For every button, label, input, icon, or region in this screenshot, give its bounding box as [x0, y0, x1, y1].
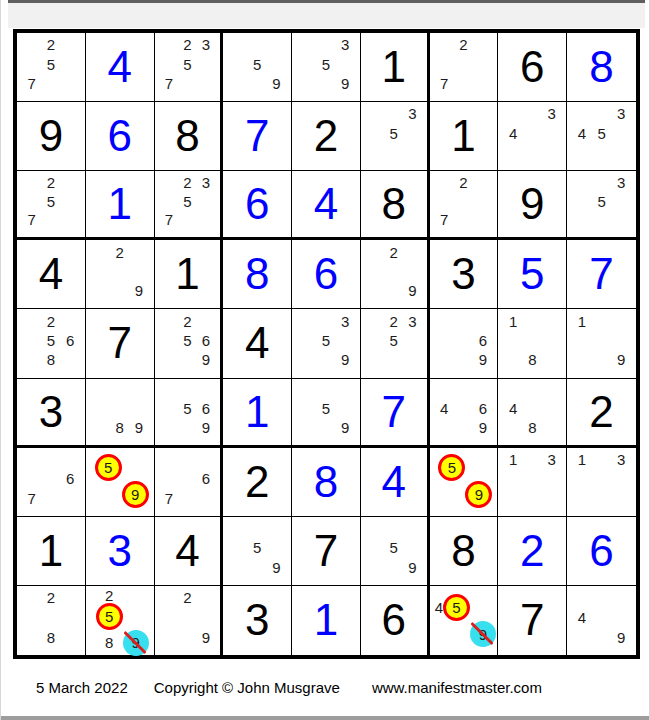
candidate-6: 6: [197, 399, 216, 418]
highlighted-candidate-9: 9: [122, 481, 149, 508]
candidate-grid: 35: [572, 173, 631, 229]
candidate-5: 5: [316, 54, 335, 73]
cell-r7c9[interactable]: 13: [567, 448, 636, 517]
candidate-9: 9: [336, 350, 355, 369]
candidate-1: 1: [503, 450, 522, 469]
given-digit: 7: [520, 598, 544, 642]
cell-r4c9[interactable]: 7: [567, 240, 636, 309]
candidate-grid: 67: [22, 450, 80, 508]
candidate-9: 9: [403, 558, 422, 577]
candidate-9: 9: [473, 350, 492, 369]
candidate-9: 9: [267, 558, 286, 577]
candidate-3: 3: [611, 173, 631, 192]
candidate-3: 3: [197, 35, 216, 54]
cell-r7c6[interactable]: 4: [361, 448, 430, 517]
cell-r9c4[interactable]: 3: [223, 586, 292, 655]
cell-r8c4[interactable]: 59: [223, 517, 292, 586]
solved-digit: 1: [107, 182, 131, 226]
candidate-3: 3: [197, 173, 216, 192]
candidate-2: 2: [384, 242, 403, 261]
cell-r4c2[interactable]: 29: [86, 240, 155, 309]
cell-r3c8[interactable]: 9: [498, 171, 567, 240]
candidate-grid: 18: [503, 311, 561, 369]
candidate-grid: 59: [366, 519, 422, 577]
eliminated-candidate-9: 9: [470, 621, 496, 647]
solved-digit: 3: [107, 529, 131, 573]
candidate-grid: 49: [572, 588, 631, 647]
cell-r1c9[interactable]: 8: [567, 33, 636, 102]
candidate-5: 5: [178, 54, 197, 73]
cell-r8c1[interactable]: 1: [17, 517, 86, 586]
candidate-grid: 69: [435, 311, 493, 369]
candidate-4: 4: [435, 594, 443, 621]
cell-r7c8[interactable]: 13: [498, 448, 567, 517]
candidate-grid: 2568: [22, 311, 80, 369]
candidate-1: 1: [503, 311, 522, 330]
cell-r3c3[interactable]: 2357: [155, 171, 224, 240]
footer-url: www.manifestmaster.com: [372, 679, 542, 696]
given-digit: 2: [245, 460, 269, 504]
cell-r4c1[interactable]: 4: [17, 240, 86, 309]
cell-r2c4[interactable]: 7: [223, 102, 292, 171]
candidate-2: 2: [178, 35, 197, 54]
candidate-9: 9: [336, 418, 355, 437]
candidate-5: 5: [41, 331, 60, 350]
candidate-grid: 235: [366, 311, 422, 369]
candidate-6: 6: [61, 331, 80, 350]
given-digit: 8: [382, 182, 406, 226]
cell-r8c6[interactable]: 59: [361, 517, 430, 586]
candidate-grid: 59: [228, 519, 286, 577]
cell-r9c7[interactable]: 459: [430, 586, 499, 655]
candidate-6: 6: [61, 469, 80, 488]
solved-digit: 4: [107, 45, 131, 89]
candidate-grid: 469: [435, 381, 493, 437]
candidate-grid: 359: [297, 35, 355, 93]
cell-r1c3[interactable]: 2357: [155, 33, 224, 102]
cell-r5c9[interactable]: 19: [567, 309, 636, 378]
candidate-5: 5: [178, 192, 197, 211]
cell-r1c7[interactable]: 27: [430, 33, 499, 102]
candidate-grid: 59: [228, 35, 286, 93]
candidate-3: 3: [336, 35, 355, 54]
candidate-7: 7: [160, 211, 179, 230]
candidate-grid: 459: [435, 588, 493, 647]
cell-r2c6[interactable]: 35: [361, 102, 430, 171]
footer: 5 March 2022 Copyright © John Musgrave w…: [36, 679, 542, 696]
solved-digit: 2: [520, 529, 544, 573]
candidate-8: 8: [96, 630, 123, 656]
window-top-bar: [8, 0, 645, 28]
solved-digit: 7: [382, 390, 406, 434]
given-digit: 9: [520, 182, 544, 226]
solved-digit: 5: [520, 252, 544, 296]
solved-digit: 8: [245, 252, 269, 296]
given-digit: 1: [382, 45, 406, 89]
candidate-8: 8: [41, 350, 60, 369]
candidate-grid: 67: [160, 450, 216, 508]
candidate-2: 2: [178, 311, 197, 330]
given-digit: 3: [245, 598, 269, 642]
candidate-9: 9: [611, 350, 631, 369]
cell-r4c5[interactable]: 6: [292, 240, 361, 309]
solved-digit: 4: [382, 460, 406, 504]
candidate-grid: 59: [91, 450, 149, 508]
given-digit: 1: [451, 114, 475, 158]
given-digit: 8: [451, 529, 475, 573]
candidate-grid: 27: [435, 173, 493, 229]
cell-r5c6[interactable]: 235: [361, 309, 430, 378]
candidate-grid: 29: [366, 242, 422, 300]
cell-r2c3[interactable]: 8: [155, 102, 224, 171]
candidate-2: 2: [41, 35, 60, 54]
candidate-5: 5: [316, 331, 335, 350]
candidate-2: 2: [41, 588, 60, 608]
given-digit: 3: [39, 390, 63, 434]
candidate-4: 4: [503, 399, 522, 418]
cell-r9c2[interactable]: 2589: [86, 586, 155, 655]
cell-r2c1[interactable]: 9: [17, 102, 86, 171]
cell-r4c4[interactable]: 8: [223, 240, 292, 309]
candidate-5: 5: [592, 192, 612, 211]
candidate-3: 3: [542, 450, 561, 469]
candidate-9: 9: [611, 627, 631, 647]
candidate-7: 7: [435, 211, 454, 230]
cell-r7c7[interactable]: 59: [430, 448, 499, 517]
candidate-grid: 13: [503, 450, 561, 508]
cell-r4c6[interactable]: 29: [361, 240, 430, 309]
cell-r4c7[interactable]: 3: [430, 240, 499, 309]
cell-r1c8[interactable]: 6: [498, 33, 567, 102]
given-digit: 1: [175, 252, 199, 296]
cell-r8c2[interactable]: 3: [86, 517, 155, 586]
candidate-grid: 19: [572, 311, 631, 369]
candidate-5: 5: [384, 331, 403, 350]
candidate-3: 3: [611, 104, 631, 123]
sudoku-board: 2574235759359127689687235134345257123576…: [13, 29, 640, 659]
given-digit: 7: [107, 321, 131, 365]
solved-digit: 1: [314, 598, 338, 642]
candidate-9: 9: [129, 281, 148, 300]
given-digit: 4: [39, 252, 63, 296]
candidate-3: 3: [542, 104, 561, 123]
given-digit: 2: [589, 390, 613, 434]
candidate-grid: 27: [435, 35, 493, 93]
cell-r9c3[interactable]: 29: [155, 586, 224, 655]
given-digit: 6: [520, 45, 544, 89]
candidate-grid: 2589: [91, 588, 149, 647]
candidate-5: 5: [384, 123, 403, 142]
solved-digit: 6: [314, 252, 338, 296]
candidate-grid: 35: [366, 104, 422, 162]
cell-r3c6[interactable]: 8: [361, 171, 430, 240]
candidate-grid: 569: [160, 381, 216, 437]
cell-r9c8[interactable]: 7: [498, 586, 567, 655]
candidate-2: 2: [384, 311, 403, 330]
candidate-1: 1: [572, 311, 592, 330]
given-digit: 4: [175, 529, 199, 573]
cell-r2c8[interactable]: 34: [498, 102, 567, 171]
candidate-2: 2: [110, 242, 129, 261]
cell-r3c9[interactable]: 35: [567, 171, 636, 240]
cell-r8c8[interactable]: 2: [498, 517, 567, 586]
given-digit: 3: [451, 252, 475, 296]
candidate-9: 9: [197, 627, 216, 647]
cell-r1c6[interactable]: 1: [361, 33, 430, 102]
candidate-8: 8: [523, 418, 542, 437]
cell-r3c5[interactable]: 4: [292, 171, 361, 240]
candidate-grid: 28: [22, 588, 80, 647]
cell-r5c3[interactable]: 2569: [155, 309, 224, 378]
candidate-2: 2: [454, 35, 473, 54]
cell-r3c4[interactable]: 6: [223, 171, 292, 240]
candidate-7: 7: [160, 488, 179, 507]
cell-r9c6[interactable]: 6: [361, 586, 430, 655]
cell-r3c1[interactable]: 257: [17, 171, 86, 240]
candidate-2: 2: [178, 588, 197, 608]
candidate-9: 9: [473, 418, 492, 437]
candidate-2: 2: [454, 173, 473, 192]
candidate-grid: 29: [91, 242, 149, 300]
candidate-grid: 29: [160, 588, 216, 647]
candidate-6: 6: [473, 331, 492, 350]
footer-date: 5 March 2022: [36, 679, 128, 696]
cell-r7c4[interactable]: 2: [223, 448, 292, 517]
candidate-8: 8: [41, 627, 60, 647]
cell-r9c9[interactable]: 49: [567, 586, 636, 655]
candidate-5: 5: [316, 399, 335, 418]
cell-r2c7[interactable]: 1: [430, 102, 499, 171]
cell-r6c9[interactable]: 2: [567, 379, 636, 448]
candidate-9: 9: [129, 418, 148, 437]
candidate-9: 9: [197, 350, 216, 369]
highlighted-candidate-5: 5: [96, 603, 123, 630]
candidate-7: 7: [22, 211, 41, 230]
cell-r4c3[interactable]: 1: [155, 240, 224, 309]
highlighted-candidate-9: 9: [465, 481, 492, 508]
cell-r5c2[interactable]: 7: [86, 309, 155, 378]
candidate-5: 5: [178, 331, 197, 350]
cell-r6c2[interactable]: 89: [86, 379, 155, 448]
candidate-9: 9: [403, 281, 422, 300]
candidate-7: 7: [22, 488, 41, 507]
cell-r6c5[interactable]: 59: [292, 379, 361, 448]
candidate-5: 5: [248, 54, 267, 73]
cell-r4c8[interactable]: 5: [498, 240, 567, 309]
candidate-9: 9: [197, 418, 216, 437]
page: 2574235759359127689687235134345257123576…: [0, 0, 650, 720]
candidate-3: 3: [403, 104, 422, 123]
cell-r7c1[interactable]: 67: [17, 448, 86, 517]
candidate-grid: 2357: [160, 173, 216, 229]
candidate-7: 7: [435, 74, 454, 93]
solved-digit: 8: [589, 45, 613, 89]
cell-r8c3[interactable]: 4: [155, 517, 224, 586]
cell-r1c4[interactable]: 59: [223, 33, 292, 102]
candidate-5: 5: [248, 538, 267, 557]
solved-digit: 6: [245, 182, 269, 226]
cell-r6c1[interactable]: 3: [17, 379, 86, 448]
candidate-grid: 257: [22, 35, 80, 93]
given-digit: 8: [175, 114, 199, 158]
candidate-3: 3: [611, 450, 631, 469]
given-digit: 9: [39, 114, 63, 158]
candidate-8: 8: [523, 350, 542, 369]
cell-r5c8[interactable]: 18: [498, 309, 567, 378]
cell-r6c8[interactable]: 48: [498, 379, 567, 448]
footer-copyright: Copyright © John Musgrave: [154, 679, 340, 696]
cell-r5c4[interactable]: 4: [223, 309, 292, 378]
candidate-6: 6: [473, 399, 492, 418]
candidate-4: 4: [572, 608, 592, 628]
cell-r9c5[interactable]: 1: [292, 586, 361, 655]
candidate-9: 9: [267, 74, 286, 93]
candidate-1: 1: [572, 450, 592, 469]
candidate-2: 2: [41, 311, 60, 330]
candidate-7: 7: [160, 74, 179, 93]
cell-r7c3[interactable]: 67: [155, 448, 224, 517]
solved-digit: 7: [245, 114, 269, 158]
candidate-2: 2: [41, 173, 60, 192]
candidate-3: 3: [336, 311, 355, 330]
candidate-7: 7: [22, 74, 41, 93]
cell-r9c1[interactable]: 28: [17, 586, 86, 655]
cell-r2c5[interactable]: 2: [292, 102, 361, 171]
candidate-grid: 359: [297, 311, 355, 369]
highlighted-candidate-5: 5: [95, 454, 122, 481]
cell-r6c7[interactable]: 469: [430, 379, 499, 448]
cell-r8c9[interactable]: 6: [567, 517, 636, 586]
candidate-grid: 345: [572, 104, 631, 162]
candidate-5: 5: [384, 538, 403, 557]
candidate-4: 4: [572, 123, 592, 142]
cell-r1c2[interactable]: 4: [86, 33, 155, 102]
cell-r2c9[interactable]: 345: [567, 102, 636, 171]
candidate-4: 4: [503, 123, 522, 142]
given-digit: 4: [245, 321, 269, 365]
cell-r1c1[interactable]: 257: [17, 33, 86, 102]
candidate-grid: 257: [22, 173, 80, 229]
candidate-6: 6: [197, 331, 216, 350]
candidate-3: 3: [403, 311, 422, 330]
cell-r3c2[interactable]: 1: [86, 171, 155, 240]
cell-r1c5[interactable]: 359: [292, 33, 361, 102]
solved-digit: 6: [107, 114, 131, 158]
candidate-grid: 48: [503, 381, 561, 437]
candidate-5: 5: [41, 192, 60, 211]
candidate-5: 5: [178, 399, 197, 418]
cell-r8c5[interactable]: 7: [292, 517, 361, 586]
highlighted-candidate-5: 5: [438, 454, 465, 481]
candidate-9: 9: [336, 74, 355, 93]
candidate-grid: 2357: [160, 35, 216, 93]
cell-r8c7[interactable]: 8: [430, 517, 499, 586]
candidate-6: 6: [197, 469, 216, 488]
candidate-5: 5: [592, 123, 612, 142]
highlighted-candidate-5: 5: [443, 594, 470, 621]
candidate-grid: 59: [435, 450, 493, 508]
candidate-grid: 13: [572, 450, 631, 508]
cell-r3c7[interactable]: 27: [430, 171, 499, 240]
cell-r5c7[interactable]: 69: [430, 309, 499, 378]
cell-r5c5[interactable]: 359: [292, 309, 361, 378]
window-bottom-bar: [1, 716, 649, 720]
cell-r5c1[interactable]: 2568: [17, 309, 86, 378]
candidate-2: 2: [178, 173, 197, 192]
candidate-grid: 2569: [160, 311, 216, 369]
given-digit: 1: [39, 529, 63, 573]
cell-r6c4[interactable]: 1: [223, 379, 292, 448]
cell-r2c2[interactable]: 6: [86, 102, 155, 171]
eliminated-candidate-9: 9: [123, 630, 149, 656]
candidate-grid: 34: [503, 104, 561, 162]
given-digit: 2: [314, 114, 338, 158]
given-digit: 7: [314, 529, 338, 573]
candidate-grid: 89: [91, 381, 149, 437]
given-digit: 6: [382, 598, 406, 642]
solved-digit: 8: [314, 460, 338, 504]
cell-r7c5[interactable]: 8: [292, 448, 361, 517]
candidate-5: 5: [41, 54, 60, 73]
candidate-8: 8: [110, 418, 129, 437]
cell-r7c2[interactable]: 59: [86, 448, 155, 517]
cell-r6c3[interactable]: 569: [155, 379, 224, 448]
candidate-grid: 59: [297, 381, 355, 437]
candidate-2: 2: [96, 588, 123, 603]
cell-r6c6[interactable]: 7: [361, 379, 430, 448]
solved-digit: 6: [589, 529, 613, 573]
solved-digit: 1: [245, 390, 269, 434]
solved-digit: 4: [314, 182, 338, 226]
solved-digit: 7: [589, 252, 613, 296]
candidate-4: 4: [435, 399, 454, 418]
